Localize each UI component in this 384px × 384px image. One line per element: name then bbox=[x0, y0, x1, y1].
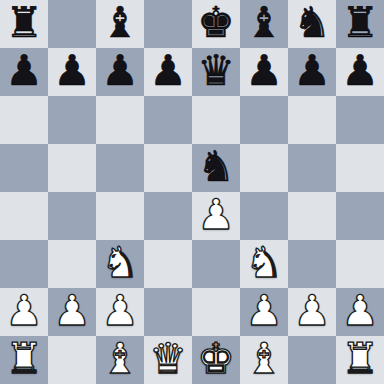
square-e7[interactable]: ♛ bbox=[192, 48, 240, 96]
black-pawn: ♟ bbox=[341, 47, 379, 95]
square-d7[interactable]: ♟ bbox=[144, 48, 192, 96]
square-b7[interactable]: ♟ bbox=[48, 48, 96, 96]
black-queen: ♛ bbox=[197, 47, 235, 95]
square-b1[interactable] bbox=[48, 336, 96, 384]
white-rook: ♜ bbox=[5, 335, 43, 383]
square-d5[interactable] bbox=[144, 144, 192, 192]
black-pawn: ♟ bbox=[101, 47, 139, 95]
square-c6[interactable] bbox=[96, 96, 144, 144]
white-queen: ♛ bbox=[149, 335, 187, 383]
white-bishop: ♝ bbox=[101, 335, 139, 383]
square-a2[interactable]: ♟ bbox=[0, 288, 48, 336]
square-a4[interactable] bbox=[0, 192, 48, 240]
black-king: ♚ bbox=[197, 0, 235, 47]
black-bishop: ♝ bbox=[101, 0, 139, 47]
square-f4[interactable] bbox=[240, 192, 288, 240]
square-h3[interactable] bbox=[336, 240, 384, 288]
square-g8[interactable]: ♞ bbox=[288, 0, 336, 48]
square-d8[interactable] bbox=[144, 0, 192, 48]
square-h8[interactable]: ♜ bbox=[336, 0, 384, 48]
black-pawn: ♟ bbox=[293, 47, 331, 95]
square-f6[interactable] bbox=[240, 96, 288, 144]
square-c4[interactable] bbox=[96, 192, 144, 240]
chess-board: ♜♝♚♝♞♜♟♟♟♟♛♟♟♟♞♟♞♞♟♟♟♟♟♟♜♝♛♚♝♜ bbox=[0, 0, 384, 384]
square-a1[interactable]: ♜ bbox=[0, 336, 48, 384]
square-e8[interactable]: ♚ bbox=[192, 0, 240, 48]
square-e6[interactable] bbox=[192, 96, 240, 144]
square-e3[interactable] bbox=[192, 240, 240, 288]
white-bishop: ♝ bbox=[245, 335, 283, 383]
square-f2[interactable]: ♟ bbox=[240, 288, 288, 336]
white-pawn: ♟ bbox=[5, 287, 43, 335]
square-g6[interactable] bbox=[288, 96, 336, 144]
white-knight: ♞ bbox=[101, 239, 139, 287]
white-pawn: ♟ bbox=[245, 287, 283, 335]
square-f7[interactable]: ♟ bbox=[240, 48, 288, 96]
square-b3[interactable] bbox=[48, 240, 96, 288]
square-b4[interactable] bbox=[48, 192, 96, 240]
white-pawn: ♟ bbox=[101, 287, 139, 335]
square-d3[interactable] bbox=[144, 240, 192, 288]
black-knight: ♞ bbox=[197, 143, 235, 191]
square-e1[interactable]: ♚ bbox=[192, 336, 240, 384]
white-pawn: ♟ bbox=[197, 191, 235, 239]
white-knight: ♞ bbox=[245, 239, 283, 287]
square-f5[interactable] bbox=[240, 144, 288, 192]
square-c1[interactable]: ♝ bbox=[96, 336, 144, 384]
white-pawn: ♟ bbox=[293, 287, 331, 335]
square-c8[interactable]: ♝ bbox=[96, 0, 144, 48]
white-pawn: ♟ bbox=[53, 287, 91, 335]
square-h4[interactable] bbox=[336, 192, 384, 240]
square-f8[interactable]: ♝ bbox=[240, 0, 288, 48]
square-b8[interactable] bbox=[48, 0, 96, 48]
square-c7[interactable]: ♟ bbox=[96, 48, 144, 96]
square-b2[interactable]: ♟ bbox=[48, 288, 96, 336]
black-pawn: ♟ bbox=[245, 47, 283, 95]
square-g3[interactable] bbox=[288, 240, 336, 288]
square-e4[interactable]: ♟ bbox=[192, 192, 240, 240]
square-d2[interactable] bbox=[144, 288, 192, 336]
white-rook: ♜ bbox=[341, 335, 379, 383]
square-b5[interactable] bbox=[48, 144, 96, 192]
square-a5[interactable] bbox=[0, 144, 48, 192]
square-d4[interactable] bbox=[144, 192, 192, 240]
black-bishop: ♝ bbox=[245, 0, 283, 47]
square-h1[interactable]: ♜ bbox=[336, 336, 384, 384]
square-b6[interactable] bbox=[48, 96, 96, 144]
square-h7[interactable]: ♟ bbox=[336, 48, 384, 96]
black-pawn: ♟ bbox=[5, 47, 43, 95]
square-a3[interactable] bbox=[0, 240, 48, 288]
black-rook: ♜ bbox=[341, 0, 379, 47]
square-h5[interactable] bbox=[336, 144, 384, 192]
square-c2[interactable]: ♟ bbox=[96, 288, 144, 336]
black-pawn: ♟ bbox=[149, 47, 187, 95]
square-a8[interactable]: ♜ bbox=[0, 0, 48, 48]
square-g7[interactable]: ♟ bbox=[288, 48, 336, 96]
white-pawn: ♟ bbox=[341, 287, 379, 335]
white-king: ♚ bbox=[197, 335, 235, 383]
square-g2[interactable]: ♟ bbox=[288, 288, 336, 336]
square-f1[interactable]: ♝ bbox=[240, 336, 288, 384]
square-h6[interactable] bbox=[336, 96, 384, 144]
square-g5[interactable] bbox=[288, 144, 336, 192]
black-knight: ♞ bbox=[293, 0, 331, 47]
square-e5[interactable]: ♞ bbox=[192, 144, 240, 192]
square-h2[interactable]: ♟ bbox=[336, 288, 384, 336]
black-rook: ♜ bbox=[5, 0, 43, 47]
square-g4[interactable] bbox=[288, 192, 336, 240]
square-d1[interactable]: ♛ bbox=[144, 336, 192, 384]
square-f3[interactable]: ♞ bbox=[240, 240, 288, 288]
square-d6[interactable] bbox=[144, 96, 192, 144]
square-g1[interactable] bbox=[288, 336, 336, 384]
black-pawn: ♟ bbox=[53, 47, 91, 95]
square-a7[interactable]: ♟ bbox=[0, 48, 48, 96]
square-c3[interactable]: ♞ bbox=[96, 240, 144, 288]
square-e2[interactable] bbox=[192, 288, 240, 336]
square-a6[interactable] bbox=[0, 96, 48, 144]
square-c5[interactable] bbox=[96, 144, 144, 192]
